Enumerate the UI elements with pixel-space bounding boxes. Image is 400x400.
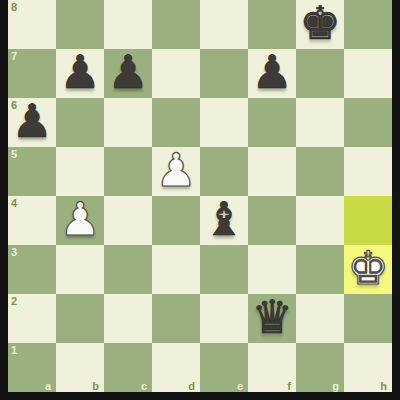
square-b8[interactable] [56,0,104,49]
square-d1[interactable]: d [152,343,200,392]
square-c7[interactable]: ♟ [104,49,152,98]
square-g5[interactable] [296,147,344,196]
square-b6[interactable] [56,98,104,147]
square-g1[interactable]: g [296,343,344,392]
square-e2[interactable] [200,294,248,343]
square-d2[interactable] [152,294,200,343]
square-a7[interactable]: 7 [8,49,56,98]
square-c2[interactable] [104,294,152,343]
square-g6[interactable] [296,98,344,147]
square-b1[interactable]: b [56,343,104,392]
square-f2[interactable]: ♛ [248,294,296,343]
square-f4[interactable] [248,196,296,245]
white-pawn-b4[interactable]: ♟ [59,195,100,244]
square-g7[interactable] [296,49,344,98]
square-f7[interactable]: ♟ [248,49,296,98]
square-g4[interactable] [296,196,344,245]
black-king-g8[interactable]: ♚ [299,0,340,48]
square-h5[interactable] [344,147,392,196]
square-h8[interactable] [344,0,392,49]
square-h4[interactable] [344,196,392,245]
square-b2[interactable] [56,294,104,343]
square-h7[interactable] [344,49,392,98]
square-a2[interactable]: 2 [8,294,56,343]
file-label-g: g [332,380,339,392]
square-c4[interactable] [104,196,152,245]
white-pawn-d5[interactable]: ♟ [155,146,196,195]
square-a8[interactable]: 8 [8,0,56,49]
square-e3[interactable] [200,245,248,294]
square-f8[interactable] [248,0,296,49]
file-label-f: f [287,380,291,392]
square-c3[interactable] [104,245,152,294]
square-e7[interactable] [200,49,248,98]
square-e8[interactable] [200,0,248,49]
square-e5[interactable] [200,147,248,196]
square-e6[interactable] [200,98,248,147]
file-label-b: b [92,380,99,392]
square-h2[interactable] [344,294,392,343]
rank-label-3: 3 [11,246,17,258]
square-d6[interactable] [152,98,200,147]
square-b4[interactable]: ♟ [56,196,104,245]
chess-board: 8♚7♟♟♟6♟5♟4♟♝3♚2♛1abcdefgh [8,0,392,392]
square-c5[interactable] [104,147,152,196]
square-d8[interactable] [152,0,200,49]
square-g8[interactable]: ♚ [296,0,344,49]
file-label-h: h [380,380,387,392]
rank-label-2: 2 [11,295,17,307]
square-f5[interactable] [248,147,296,196]
square-e4[interactable]: ♝ [200,196,248,245]
square-h6[interactable] [344,98,392,147]
square-b5[interactable] [56,147,104,196]
square-d5[interactable]: ♟ [152,147,200,196]
square-a4[interactable]: 4 [8,196,56,245]
square-h1[interactable]: h [344,343,392,392]
square-a3[interactable]: 3 [8,245,56,294]
square-c6[interactable] [104,98,152,147]
rank-label-8: 8 [11,1,17,13]
black-pawn-b7[interactable]: ♟ [59,48,100,97]
file-label-e: e [237,380,243,392]
black-pawn-a6[interactable]: ♟ [11,97,52,146]
square-c1[interactable]: c [104,343,152,392]
square-b3[interactable] [56,245,104,294]
square-g2[interactable] [296,294,344,343]
square-b7[interactable]: ♟ [56,49,104,98]
square-a6[interactable]: 6♟ [8,98,56,147]
square-a5[interactable]: 5 [8,147,56,196]
square-f3[interactable] [248,245,296,294]
black-queen-f2[interactable]: ♛ [251,293,292,342]
rank-label-4: 4 [11,197,17,209]
file-label-c: c [141,380,147,392]
white-king-h3[interactable]: ♚ [347,244,388,293]
square-e1[interactable]: e [200,343,248,392]
square-d7[interactable] [152,49,200,98]
square-d3[interactable] [152,245,200,294]
file-label-d: d [188,380,195,392]
square-g3[interactable] [296,245,344,294]
file-label-a: a [45,380,51,392]
square-d4[interactable] [152,196,200,245]
rank-label-1: 1 [11,344,17,356]
square-a1[interactable]: 1a [8,343,56,392]
square-f1[interactable]: f [248,343,296,392]
chess-board-frame: 8♚7♟♟♟6♟5♟4♟♝3♚2♛1abcdefgh [0,0,400,400]
square-f6[interactable] [248,98,296,147]
square-h3[interactable]: ♚ [344,245,392,294]
black-pawn-f7[interactable]: ♟ [251,48,292,97]
black-bishop-e4[interactable]: ♝ [203,195,244,244]
rank-label-5: 5 [11,148,17,160]
black-pawn-c7[interactable]: ♟ [107,48,148,97]
square-c8[interactable] [104,0,152,49]
rank-label-7: 7 [11,50,17,62]
